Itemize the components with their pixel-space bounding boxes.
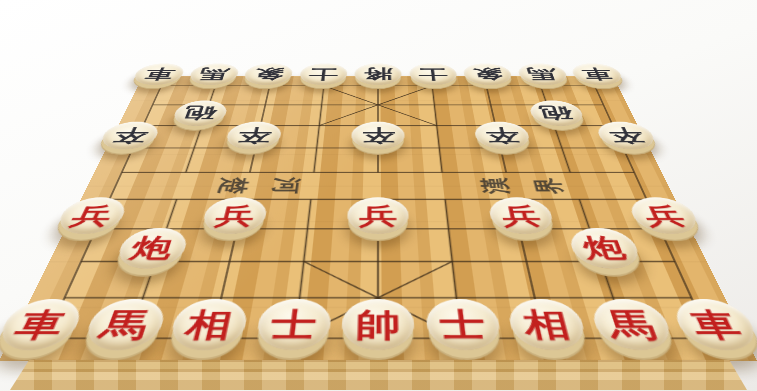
piece-glyph: 卒 <box>484 127 521 144</box>
piece-glyph: 車 <box>141 67 177 81</box>
piece-glyph: 卒 <box>109 127 150 144</box>
piece-glyph: 兵 <box>68 204 117 227</box>
xiangqi-board[interactable]: 楚河 漢界 車馬象士將士象馬車砲砲卒卒卒卒卒兵兵兵兵兵炮炮車馬相士帥士相馬車 <box>0 76 757 361</box>
piece-glyph: 炮 <box>579 235 628 261</box>
piece-glyph: 將 <box>363 67 393 81</box>
piece-glyph: 兵 <box>213 204 257 227</box>
piece-glyph: 象 <box>471 67 503 81</box>
piece-glyph: 帥 <box>355 308 401 340</box>
piece-glyph: 相 <box>521 308 574 340</box>
piece-glyph: 馬 <box>97 308 153 340</box>
piece-glyph: 砲 <box>538 105 575 121</box>
piece-glyph: 車 <box>685 308 745 340</box>
piece-glyph: 炮 <box>127 235 176 261</box>
piece-glyph: 車 <box>10 308 70 340</box>
piece-glyph: 兵 <box>639 204 688 227</box>
board-front-edge <box>10 360 747 390</box>
piece-glyph: 士 <box>438 308 487 340</box>
piece-glyph: 相 <box>183 308 236 340</box>
piece-glyph: 馬 <box>197 67 231 81</box>
piece-glyph: 馬 <box>525 67 559 81</box>
piece-glyph: 卒 <box>361 127 395 144</box>
piece-glyph: 士 <box>308 67 339 81</box>
piece-glyph: 兵 <box>359 204 398 227</box>
piece-black-general[interactable]: 將 <box>354 63 402 85</box>
piece-glyph: 卒 <box>235 127 272 144</box>
piece-glyph: 士 <box>418 67 449 81</box>
piece-glyph: 車 <box>579 67 615 81</box>
piece-glyph: 象 <box>252 67 284 81</box>
piece-glyph: 兵 <box>499 204 543 227</box>
piece-glyph: 士 <box>269 308 318 340</box>
scene: 楚河 漢界 車馬象士將士象馬車砲砲卒卒卒卒卒兵兵兵兵兵炮炮車馬相士帥士相馬車 <box>0 0 757 391</box>
piece-glyph: 卒 <box>605 127 646 144</box>
piece-glyph: 砲 <box>181 105 218 121</box>
piece-glyph: 馬 <box>603 308 659 340</box>
